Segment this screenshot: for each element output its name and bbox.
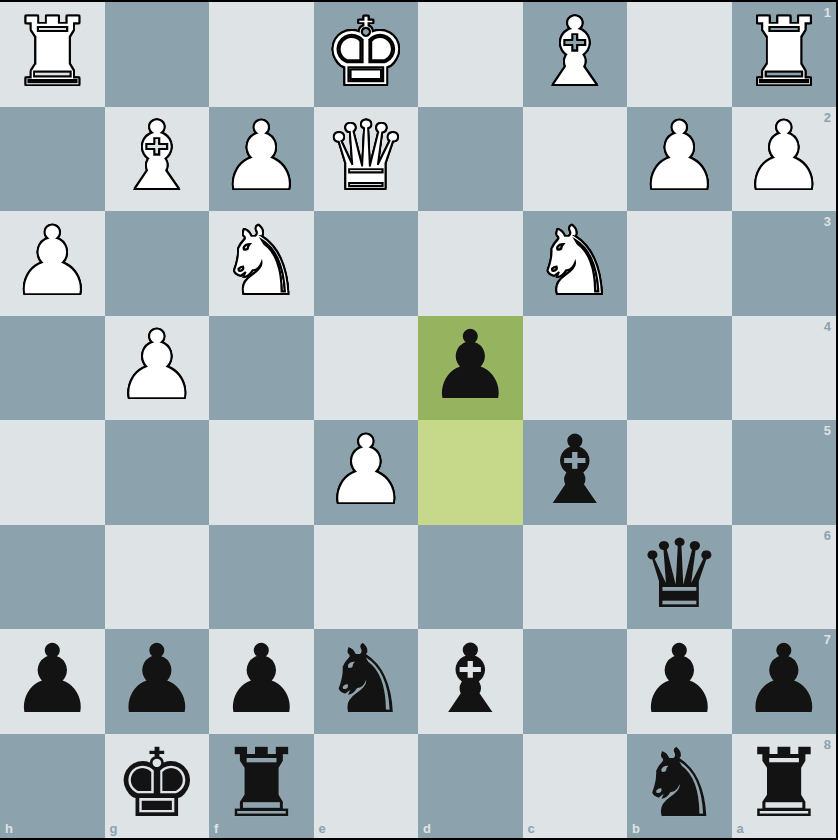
file-label-c: c xyxy=(528,821,535,836)
square-f4[interactable] xyxy=(209,316,314,421)
file-label-e: e xyxy=(319,821,326,836)
black-knight[interactable]: ♞ xyxy=(323,632,408,727)
square-d8[interactable]: d xyxy=(418,734,523,839)
square-d3[interactable] xyxy=(418,211,523,316)
square-f6[interactable] xyxy=(209,525,314,630)
square-b2[interactable]: ♟ xyxy=(627,107,732,212)
square-e7[interactable]: ♞ xyxy=(314,629,419,734)
square-d1[interactable] xyxy=(418,2,523,107)
white-pawn[interactable]: ♟ xyxy=(323,423,408,518)
square-e3[interactable] xyxy=(314,211,419,316)
square-a4[interactable]: 4 xyxy=(732,316,837,421)
square-e8[interactable]: e xyxy=(314,734,419,839)
square-d6[interactable] xyxy=(418,525,523,630)
square-f5[interactable] xyxy=(209,420,314,525)
square-c7[interactable] xyxy=(523,629,628,734)
square-h3[interactable]: ♟ xyxy=(0,211,105,316)
square-c5[interactable]: ♝ xyxy=(523,420,628,525)
square-b5[interactable] xyxy=(627,420,732,525)
white-pawn[interactable]: ♟ xyxy=(637,109,722,204)
square-a1[interactable]: ♜1 xyxy=(732,2,837,107)
square-c4[interactable] xyxy=(523,316,628,421)
square-f7[interactable]: ♟ xyxy=(209,629,314,734)
square-a8[interactable]: ♜8a xyxy=(732,734,837,839)
square-a5[interactable]: 5 xyxy=(732,420,837,525)
white-pawn[interactable]: ♟ xyxy=(219,109,304,204)
square-g6[interactable] xyxy=(105,525,210,630)
black-pawn[interactable]: ♟ xyxy=(10,632,95,727)
square-h6[interactable] xyxy=(0,525,105,630)
white-knight[interactable]: ♞ xyxy=(532,214,617,309)
black-king[interactable]: ♚ xyxy=(114,736,199,831)
square-e4[interactable] xyxy=(314,316,419,421)
square-h8[interactable]: h xyxy=(0,734,105,839)
black-bishop[interactable]: ♝ xyxy=(532,423,617,518)
rank-label-3: 3 xyxy=(824,214,831,229)
black-rook[interactable]: ♜ xyxy=(219,736,304,831)
white-king[interactable]: ♚ xyxy=(323,5,408,100)
white-rook[interactable]: ♜ xyxy=(10,5,95,100)
white-pawn[interactable]: ♟ xyxy=(10,214,95,309)
square-b4[interactable] xyxy=(627,316,732,421)
file-label-h: h xyxy=(5,821,13,836)
square-f8[interactable]: ♜f xyxy=(209,734,314,839)
square-g2[interactable]: ♝ xyxy=(105,107,210,212)
white-pawn[interactable]: ♟ xyxy=(114,318,199,413)
square-h1[interactable]: ♜ xyxy=(0,2,105,107)
square-d7[interactable]: ♝ xyxy=(418,629,523,734)
square-a2[interactable]: ♟2 xyxy=(732,107,837,212)
rank-label-4: 4 xyxy=(824,319,831,334)
square-g1[interactable] xyxy=(105,2,210,107)
square-e2[interactable]: ♛ xyxy=(314,107,419,212)
square-h5[interactable] xyxy=(0,420,105,525)
square-c1[interactable]: ♝ xyxy=(523,2,628,107)
square-e1[interactable]: ♚ xyxy=(314,2,419,107)
rank-label-6: 6 xyxy=(824,528,831,543)
black-pawn[interactable]: ♟ xyxy=(741,632,826,727)
rank-label-5: 5 xyxy=(824,423,831,438)
white-bishop[interactable]: ♝ xyxy=(532,5,617,100)
black-pawn[interactable]: ♟ xyxy=(114,632,199,727)
file-label-d: d xyxy=(423,821,431,836)
black-rook[interactable]: ♜ xyxy=(741,736,826,831)
square-h4[interactable] xyxy=(0,316,105,421)
square-d5[interactable] xyxy=(418,420,523,525)
square-g4[interactable]: ♟ xyxy=(105,316,210,421)
black-pawn[interactable]: ♟ xyxy=(428,318,513,413)
chess-board: ♜♚♝♜1♝♟♛♟♟2♟♞♞3♟♟4♟♝5♛6♟♟♟♞♝♟♟7h♚g♜fedc♞… xyxy=(0,2,836,838)
square-c2[interactable] xyxy=(523,107,628,212)
square-b6[interactable]: ♛ xyxy=(627,525,732,630)
square-b8[interactable]: ♞b xyxy=(627,734,732,839)
square-h2[interactable] xyxy=(0,107,105,212)
black-pawn[interactable]: ♟ xyxy=(637,632,722,727)
white-pawn[interactable]: ♟ xyxy=(741,109,826,204)
square-a6[interactable]: 6 xyxy=(732,525,837,630)
square-a7[interactable]: ♟7 xyxy=(732,629,837,734)
black-bishop[interactable]: ♝ xyxy=(428,632,513,727)
square-c8[interactable]: c xyxy=(523,734,628,839)
square-e6[interactable] xyxy=(314,525,419,630)
square-f1[interactable] xyxy=(209,2,314,107)
white-rook[interactable]: ♜ xyxy=(741,5,826,100)
square-b7[interactable]: ♟ xyxy=(627,629,732,734)
square-g5[interactable] xyxy=(105,420,210,525)
square-c3[interactable]: ♞ xyxy=(523,211,628,316)
square-b3[interactable] xyxy=(627,211,732,316)
white-queen[interactable]: ♛ xyxy=(323,109,408,204)
square-g8[interactable]: ♚g xyxy=(105,734,210,839)
black-pawn[interactable]: ♟ xyxy=(219,632,304,727)
white-knight[interactable]: ♞ xyxy=(219,214,304,309)
white-bishop[interactable]: ♝ xyxy=(114,109,199,204)
square-a3[interactable]: 3 xyxy=(732,211,837,316)
square-g3[interactable] xyxy=(105,211,210,316)
square-g7[interactable]: ♟ xyxy=(105,629,210,734)
black-queen[interactable]: ♛ xyxy=(637,527,722,622)
square-f2[interactable]: ♟ xyxy=(209,107,314,212)
square-f3[interactable]: ♞ xyxy=(209,211,314,316)
square-b1[interactable] xyxy=(627,2,732,107)
square-d2[interactable] xyxy=(418,107,523,212)
square-h7[interactable]: ♟ xyxy=(0,629,105,734)
square-c6[interactable] xyxy=(523,525,628,630)
black-knight[interactable]: ♞ xyxy=(637,736,722,831)
square-e5[interactable]: ♟ xyxy=(314,420,419,525)
square-d4[interactable]: ♟ xyxy=(418,316,523,421)
